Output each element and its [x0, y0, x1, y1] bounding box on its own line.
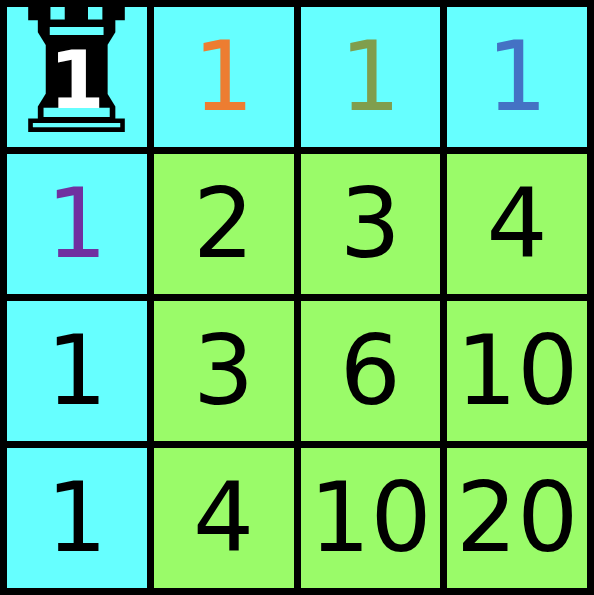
cell-r4c4: 20: [447, 448, 587, 588]
cell-r1c3: 1: [301, 7, 441, 147]
cell-r3c4: 10: [447, 301, 587, 441]
cell-r3c3: 6: [301, 301, 441, 441]
cell-r1c2: 1: [154, 7, 294, 147]
cell-r4c3: 10: [301, 448, 441, 588]
rook-path-count-label: 1: [49, 41, 105, 121]
cell-r3c1: 1: [7, 301, 147, 441]
cell-r2c3: 3: [301, 154, 441, 294]
cell-r3c2: 3: [154, 301, 294, 441]
cell-r2c2: 2: [154, 154, 294, 294]
cell-r1c4: 1: [447, 7, 587, 147]
cell-r1c1: ♜1: [7, 7, 147, 147]
cell-r4c2: 4: [154, 448, 294, 588]
rook-path-board: ♜1111123413610141020: [0, 0, 594, 595]
cell-r2c1: 1: [7, 154, 147, 294]
cell-r4c1: 1: [7, 448, 147, 588]
cell-r2c4: 4: [447, 154, 587, 294]
